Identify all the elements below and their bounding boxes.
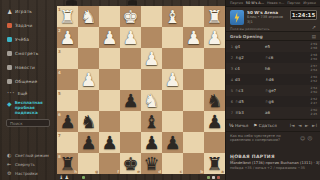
sidebar-more-label: Ещё (18, 91, 27, 96)
flag-icon: ⚑ (253, 123, 257, 128)
white-move[interactable]: d3 (235, 77, 265, 82)
black-move[interactable]: e5 (265, 44, 295, 49)
search-input[interactable] (6, 119, 50, 127)
pawn-icon: ♟ (7, 9, 12, 14)
square-c2[interactable] (162, 27, 183, 48)
white-pawn: ♟ (206, 27, 222, 48)
square-d1[interactable] (141, 6, 162, 27)
move-clocks: 2:572:54 (311, 64, 318, 73)
sidebar-item-label: Общение (15, 79, 37, 84)
panel-tab-1[interactable]: Партия (230, 1, 243, 5)
game-controls: ½ Ничья ⚑ Сдаться Ι◄◄►►Ι (226, 119, 320, 131)
rank-label: 6 (58, 112, 61, 117)
sidebar-item-label: Смотреть (15, 51, 38, 56)
square-f1[interactable] (99, 6, 120, 27)
square-a1[interactable]: ♜ (204, 6, 225, 27)
move-row-1: 1g4e52:592:58 (226, 41, 320, 52)
rank-label: 8 (58, 154, 61, 159)
diamond-icon: ◆ (7, 101, 12, 115)
square-h2[interactable]: 2♟ (57, 27, 78, 48)
move-nav: Ι◄◄►►Ι (290, 120, 317, 132)
ellipsis-icon: ••• (7, 91, 15, 95)
tournament-title: 50 W's Arena (247, 10, 278, 15)
white-pawn: ♟ (164, 69, 180, 90)
next-move-button[interactable]: ► (305, 120, 309, 132)
file-label: b (200, 169, 203, 174)
square-a2[interactable]: ♟ (204, 27, 225, 48)
square-d2[interactable] (141, 27, 162, 48)
panel-tab-4[interactable]: Партии (287, 1, 300, 5)
draw-button[interactable]: ½ Ничья (229, 123, 248, 128)
tv-icon (7, 51, 12, 56)
square-e8[interactable]: e♚ (120, 153, 141, 174)
square-b8[interactable]: b (183, 153, 204, 174)
black-move[interactable]: ♘c6 (265, 55, 295, 60)
cropped-piece-top (128, 0, 137, 5)
white-knight: ♞ (80, 6, 96, 27)
book-icon[interactable]: ▤ (312, 34, 316, 39)
square-e5[interactable]: ♟ (120, 90, 141, 111)
file-label: d (158, 169, 161, 174)
thumb-down-icon[interactable]: ☹ (307, 135, 312, 141)
square-c4[interactable]: ♟ (162, 69, 183, 90)
move-number: 3 (226, 67, 235, 71)
material-plus-indicator (82, 176, 85, 179)
app-root: ♟ИгратьЗадачиУчёбаСмотретьНовостиОбщение… (0, 0, 320, 180)
opening-header: Grob Opening ▤ (226, 32, 320, 41)
footer-label: Свернуть (15, 162, 35, 167)
move-number: 6 (226, 100, 235, 104)
white-pawn: ♟ (185, 27, 201, 48)
chat-row: ? (226, 144, 320, 152)
status-dot-green (207, 176, 210, 179)
white-pawn: ♟ (122, 27, 138, 48)
white-knight: ♞ (143, 90, 159, 111)
move-number: 4 (226, 78, 235, 82)
white-pawn: ♟ (143, 48, 159, 69)
file-label: f (117, 169, 119, 174)
white-rook: ♜ (59, 6, 75, 27)
opening-name: Grob Opening (230, 34, 263, 39)
cap-icon (7, 37, 12, 42)
square-c6[interactable] (162, 111, 183, 132)
cropped-piece-top (66, 0, 77, 5)
black-rook: ♜ (206, 153, 222, 174)
sidebar: ♟ИгратьЗадачиУчёбаСмотретьНовостиОбщение… (0, 0, 57, 180)
thumb-up-icon[interactable]: ☺ (300, 135, 305, 141)
white-bishop: ♝ (164, 6, 180, 27)
black-pawn: ♟ (101, 132, 117, 153)
move-row-4: 4d3♗d62:562:52 (226, 74, 320, 85)
square-d7[interactable]: ♟ (141, 132, 162, 153)
half-icon: ½ (229, 123, 234, 128)
rank-label: 5 (58, 91, 61, 96)
black-king: ♚ (122, 153, 138, 174)
resign-button[interactable]: ⚑ Сдаться (253, 123, 277, 128)
square-h6[interactable]: 6♟ (57, 111, 78, 132)
move-row-3: 3c4h62:572:54 (226, 63, 320, 74)
move-clocks: 2:592:58 (311, 42, 318, 51)
square-e2[interactable]: ♟ (120, 27, 141, 48)
square-h8[interactable]: 8h♜ (57, 153, 78, 174)
black-rook: ♜ (59, 153, 75, 174)
new-game-rating-line: победа +35 / ничья +2 / поражение −35 (226, 165, 320, 171)
sidebar-footer-light-mode[interactable]: ◐Светлый режим (0, 151, 57, 160)
new-game-header: НОВАЯ ПАРТИЯ (226, 152, 320, 159)
square-g8[interactable]: g (78, 153, 99, 174)
move-number: 1 (226, 45, 235, 49)
rank-label: 2 (58, 28, 61, 33)
square-h4[interactable]: 4 (57, 69, 78, 90)
tournament-time-control: 3|1 (247, 20, 253, 24)
square-b3[interactable] (183, 48, 204, 69)
move-number: 5 (226, 89, 235, 93)
square-b2[interactable]: ♟ (183, 27, 204, 48)
square-a5[interactable]: ♞ (204, 90, 225, 111)
square-c3[interactable] (162, 48, 183, 69)
square-c5[interactable] (162, 90, 183, 111)
white-pawn: ♟ (80, 69, 96, 90)
sidebar-item-puzzles[interactable]: Задачи (0, 18, 57, 32)
move-row-5: 5♘c3♘ge72:542:50 (226, 85, 320, 96)
black-pawn: ♟ (122, 90, 138, 111)
white-move[interactable]: ♗g2 (235, 55, 265, 60)
black-move[interactable]: ♗d6 (265, 77, 295, 82)
sidebar-item-social[interactable]: Общение (0, 74, 57, 88)
feedback-question: Как вы себя чувствуете по сравнению с со… (230, 134, 298, 143)
share-icon[interactable]: ↗ (312, 24, 316, 30)
square-g3[interactable] (78, 48, 99, 69)
people-icon (7, 79, 12, 84)
square-a6[interactable]: ♟ (204, 111, 225, 132)
square-d8[interactable]: d♛ (141, 153, 162, 174)
square-d3[interactable]: ♟ (141, 48, 162, 69)
file-label: g (95, 169, 98, 174)
square-d6[interactable]: ♝ (141, 111, 162, 132)
square-f6[interactable] (99, 111, 120, 132)
square-g4[interactable]: ♟ (78, 69, 99, 90)
square-a8[interactable]: a♜ (204, 153, 225, 174)
file-label: h (74, 169, 77, 174)
free-trial-banner[interactable]: ◆ Бесплатная пробная подписка (0, 98, 57, 117)
sidebar-item-play[interactable]: ♟Играть (0, 4, 57, 18)
sidebar-footer: ◐Светлый режим⇤Свернуть⚙Настройки (0, 151, 57, 178)
tournament-note: Пока вы разминаетесь (230, 27, 270, 31)
black-pawn: ♟ (164, 132, 180, 153)
free-trial-label: Бесплатная пробная подписка (15, 101, 49, 115)
panel-tab-2[interactable]: 50 W's A… (246, 1, 264, 5)
new-game-pairing[interactable]: Mandelbrot (1736) против Buchanan (1311)… (226, 159, 320, 165)
settings-icon: ⚙ (7, 171, 12, 176)
rank-label: 4 (58, 70, 61, 75)
sidebar-footer-settings[interactable]: ⚙Настройки (0, 169, 57, 178)
square-g6[interactable]: ♞ (78, 111, 99, 132)
square-f7[interactable]: ♟ (99, 132, 120, 153)
black-move[interactable]: ♘ge7 (265, 88, 295, 93)
panel-tabs: Партия50 W's A…Новая п…ПартииИгроки (226, 0, 320, 7)
sidebar-item-watch[interactable]: Смотреть (0, 46, 57, 60)
square-g1[interactable]: ♞ (78, 6, 99, 27)
white-move[interactable]: g4 (235, 44, 265, 49)
black-pawn: ♟ (206, 111, 222, 132)
prev-move-button[interactable]: ◄ (298, 120, 302, 132)
square-b4[interactable] (183, 69, 204, 90)
news-icon (7, 65, 12, 70)
white-move[interactable]: ♘d5 (235, 99, 265, 104)
square-b5[interactable] (183, 90, 204, 111)
tournament-subtitle: Блиц • 738 игроков (247, 15, 283, 19)
move-row-2: 2♗g2♘c62:582:56 (226, 52, 320, 63)
square-b1[interactable] (183, 6, 204, 27)
captured-pieces-tray: ♝♟ (59, 174, 70, 180)
square-a4[interactable] (204, 69, 225, 90)
move-clocks: 2:502:45 (311, 108, 318, 117)
sidebar-item-label: Новости (15, 65, 35, 70)
last-move-button[interactable]: ►Ι (312, 120, 317, 132)
tournament-countdown: 1:24:15 (290, 10, 317, 20)
sidebar-item-label: Учёба (15, 37, 29, 42)
square-f4[interactable] (99, 69, 120, 90)
square-e6[interactable] (120, 111, 141, 132)
move-number: 7 (226, 111, 235, 115)
white-move[interactable]: ♕b3 (235, 110, 265, 115)
black-pawn: ♟ (80, 132, 96, 153)
black-move[interactable]: a6 (265, 110, 295, 115)
tournament-card[interactable]: 50 W's Arena Блиц • 738 игроков 3|1 Пока… (226, 7, 320, 32)
square-e1[interactable]: ♚ (120, 6, 141, 27)
square-h5[interactable]: 5 (57, 90, 78, 111)
white-king: ♚ (122, 6, 138, 27)
square-b7[interactable] (183, 132, 204, 153)
file-label: c (180, 169, 182, 174)
sidebar-item-label: Играть (15, 9, 32, 14)
sidebar-item-news[interactable]: Новости (0, 60, 57, 74)
white-move[interactable]: c4 (235, 66, 265, 71)
puzzle-icon (7, 23, 12, 28)
status-dot-red (217, 176, 220, 179)
panel-tab-5[interactable]: Игроки (303, 1, 316, 5)
status-dot-white (212, 176, 215, 179)
rank-label: 3 (58, 49, 61, 54)
move-row-6: 6♘d5♘g62:522:47 (226, 96, 320, 107)
square-g5[interactable] (78, 90, 99, 111)
square-d4[interactable] (141, 69, 162, 90)
square-f5[interactable] (99, 90, 120, 111)
chess-board[interactable]: 1♜♞♚♝♜2♟♟♟♟♟3♟4♟♟5♟♞♞6♟♞♝♟7♟♟♟♟8h♜gfe♚d♛… (57, 6, 225, 174)
rank-label: 7 (58, 133, 61, 138)
square-h1[interactable]: 1♜ (57, 6, 78, 27)
rank-label: 1 (58, 7, 61, 12)
black-move[interactable]: h6 (265, 66, 295, 71)
square-e4[interactable] (120, 69, 141, 90)
square-d5[interactable]: ♞ (141, 90, 162, 111)
move-clocks: 2:542:50 (311, 86, 318, 95)
square-a7[interactable] (204, 132, 225, 153)
white-pawn: ♟ (101, 27, 117, 48)
black-move[interactable]: ♘g6 (265, 99, 295, 104)
black-pawn: ♟ (59, 111, 75, 132)
square-h3[interactable]: 3 (57, 48, 78, 69)
square-a3[interactable] (204, 48, 225, 69)
move-clocks: 2:522:47 (311, 97, 318, 106)
square-c7[interactable]: ♟ (162, 132, 183, 153)
move-row-7: 7♕b3a62:502:45 (226, 107, 320, 118)
first-move-button[interactable]: Ι◄ (290, 120, 295, 132)
footer-label: Светлый режим (15, 153, 49, 158)
square-e7[interactable] (120, 132, 141, 153)
panel-tab-3[interactable]: Новая п… (267, 1, 284, 5)
move-clocks: 2:582:56 (311, 53, 318, 62)
black-bishop: ♝ (143, 111, 159, 132)
sidebar-nav: ♟ИгратьЗадачиУчёбаСмотретьНовостиОбщение (0, 4, 57, 88)
feedback-prompt: Как вы себя чувствуете по сравнению с со… (226, 131, 320, 144)
right-panel: Партия50 W's A…Новая п…ПартииИгроки 50 W… (225, 0, 320, 180)
black-knight: ♞ (80, 111, 96, 132)
sidebar-item-more[interactable]: ••• Ещё (0, 88, 57, 98)
black-knight: ♞ (206, 90, 222, 111)
square-f3[interactable] (99, 48, 120, 69)
sidebar-footer-collapse[interactable]: ⇤Свернуть (0, 160, 57, 169)
move-clocks: 2:562:52 (311, 75, 318, 84)
sidebar-item-learn[interactable]: Учёба (0, 32, 57, 46)
square-g2[interactable] (78, 27, 99, 48)
square-g7[interactable]: ♟ (78, 132, 99, 153)
white-rook: ♜ (206, 6, 222, 27)
square-b6[interactable] (183, 111, 204, 132)
file-label: e (137, 169, 140, 174)
square-f2[interactable]: ♟ (99, 27, 120, 48)
square-f8[interactable]: f (99, 153, 120, 174)
collapse-icon: ⇤ (7, 162, 12, 167)
square-e3[interactable] (120, 48, 141, 69)
white-move[interactable]: ♘c3 (235, 88, 265, 93)
square-c8[interactable]: c (162, 153, 183, 174)
footer-label: Настройки (15, 171, 38, 176)
square-h7[interactable]: 7 (57, 132, 78, 153)
white-pawn: ♟ (59, 27, 75, 48)
sidebar-item-label: Задачи (15, 23, 33, 28)
file-label: a (221, 169, 224, 174)
light-mode-icon: ◐ (7, 153, 12, 158)
move-list[interactable]: 1g4e52:592:582♗g2♘c62:582:563c4h62:572:5… (226, 41, 320, 119)
move-number: 2 (226, 56, 235, 60)
lightning-icon (230, 10, 244, 25)
square-c1[interactable]: ♝ (162, 6, 183, 27)
black-pawn: ♟ (143, 132, 159, 153)
